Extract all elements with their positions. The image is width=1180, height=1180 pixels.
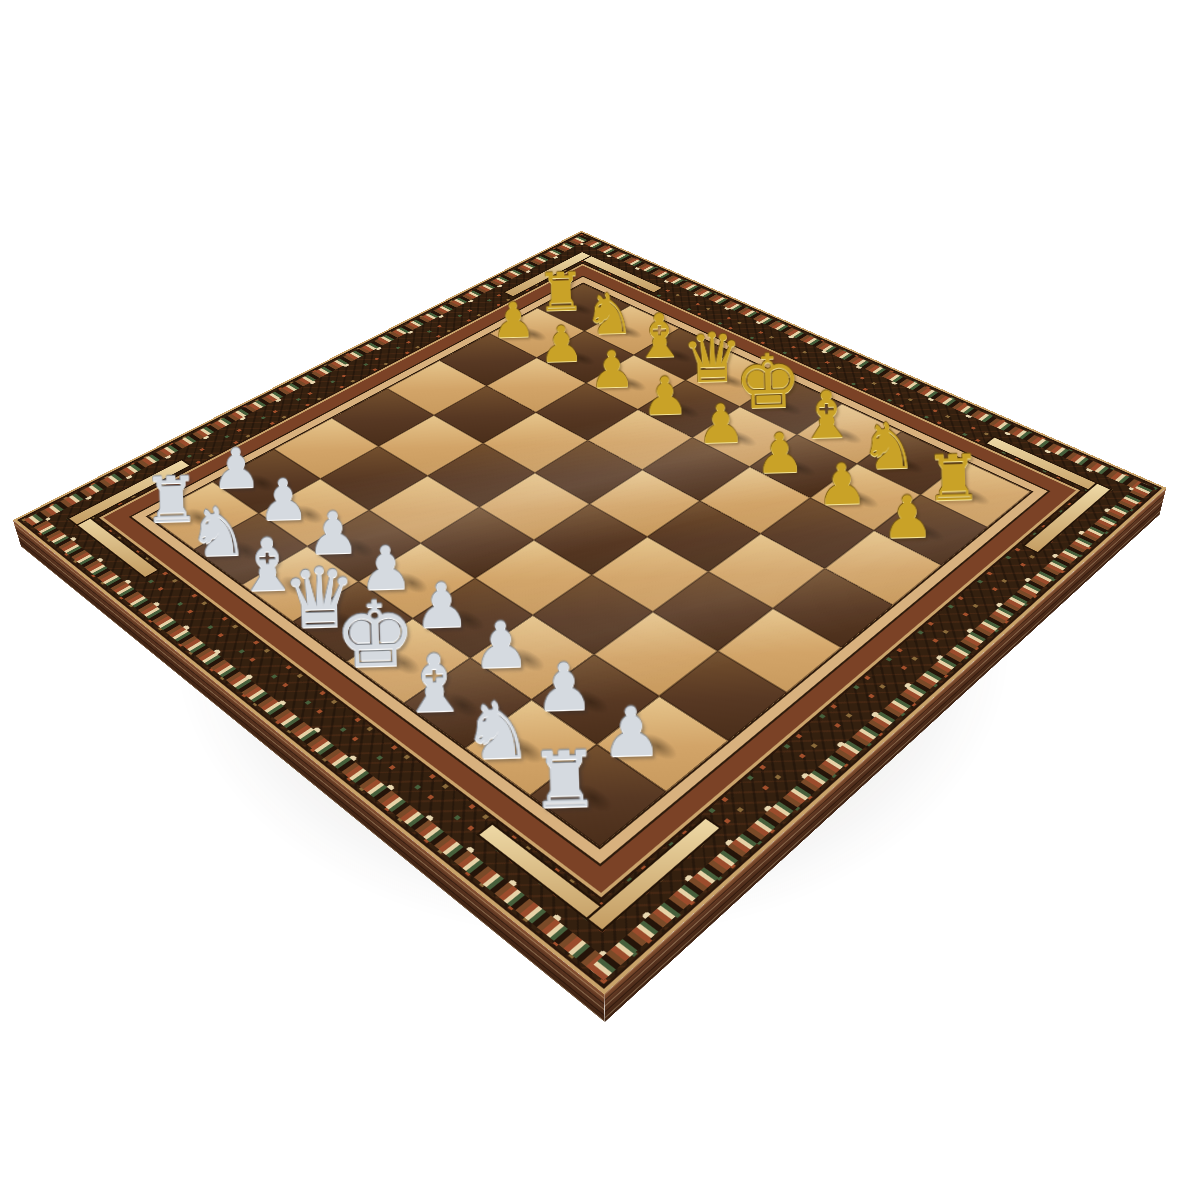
gold-pawn: ♟ [696, 397, 746, 452]
silver-pawn: ♟ [211, 441, 262, 498]
gold-pawn: ♟ [491, 296, 536, 346]
silver-knight: ♞ [461, 690, 534, 771]
silver-rook: ♜ [529, 741, 601, 821]
gold-pawn: ♟ [754, 425, 805, 482]
gold-bishop: ♝ [797, 382, 857, 449]
gold-pawn: ♟ [589, 344, 636, 396]
silver-bishop: ♝ [398, 643, 472, 725]
silver-pawn: ♟ [413, 574, 470, 637]
silver-pawn: ♟ [534, 654, 595, 721]
chess-board: ♜♞♝♛♚♝♞♜♟♟♟♟♟♟♟♟♟♟♟♟♟♟♟♟♜♞♝♛♚♝♞♜ [13, 231, 1167, 994]
squares-grid: ♜♞♝♛♚♝♞♜♟♟♟♟♟♟♟♟♟♟♟♟♟♟♟♟♜♞♝♛♚♝♞♜ [149, 284, 1031, 847]
product-photo: { "game": "chess", "scene_description": … [0, 0, 1180, 1180]
playing-field: ♜♞♝♛♚♝♞♜♟♟♟♟♟♟♟♟♟♟♟♟♟♟♟♟♜♞♝♛♚♝♞♜ [149, 284, 1031, 847]
gold-pawn: ♟ [881, 488, 935, 548]
silver-pawn: ♟ [600, 698, 663, 768]
gold-pawn: ♟ [539, 319, 585, 370]
silver-pawn: ♟ [257, 471, 309, 529]
silver-pawn: ♟ [472, 613, 531, 678]
gold-bishop: ♝ [632, 305, 688, 367]
perspective-scene: ♜♞♝♛♚♝♞♜♟♟♟♟♟♟♟♟♟♟♟♟♟♟♟♟♜♞♝♛♚♝♞♜ [0, 0, 1180, 1180]
gold-pawn: ♟ [641, 369, 689, 423]
gold-knight: ♞ [859, 413, 918, 479]
gold-knight: ♞ [583, 285, 635, 343]
board-top-face: ♜♞♝♛♚♝♞♜♟♟♟♟♟♟♟♟♟♟♟♟♟♟♟♟♜♞♝♛♚♝♞♜ [13, 231, 1167, 994]
gold-pawn: ♟ [816, 456, 868, 514]
